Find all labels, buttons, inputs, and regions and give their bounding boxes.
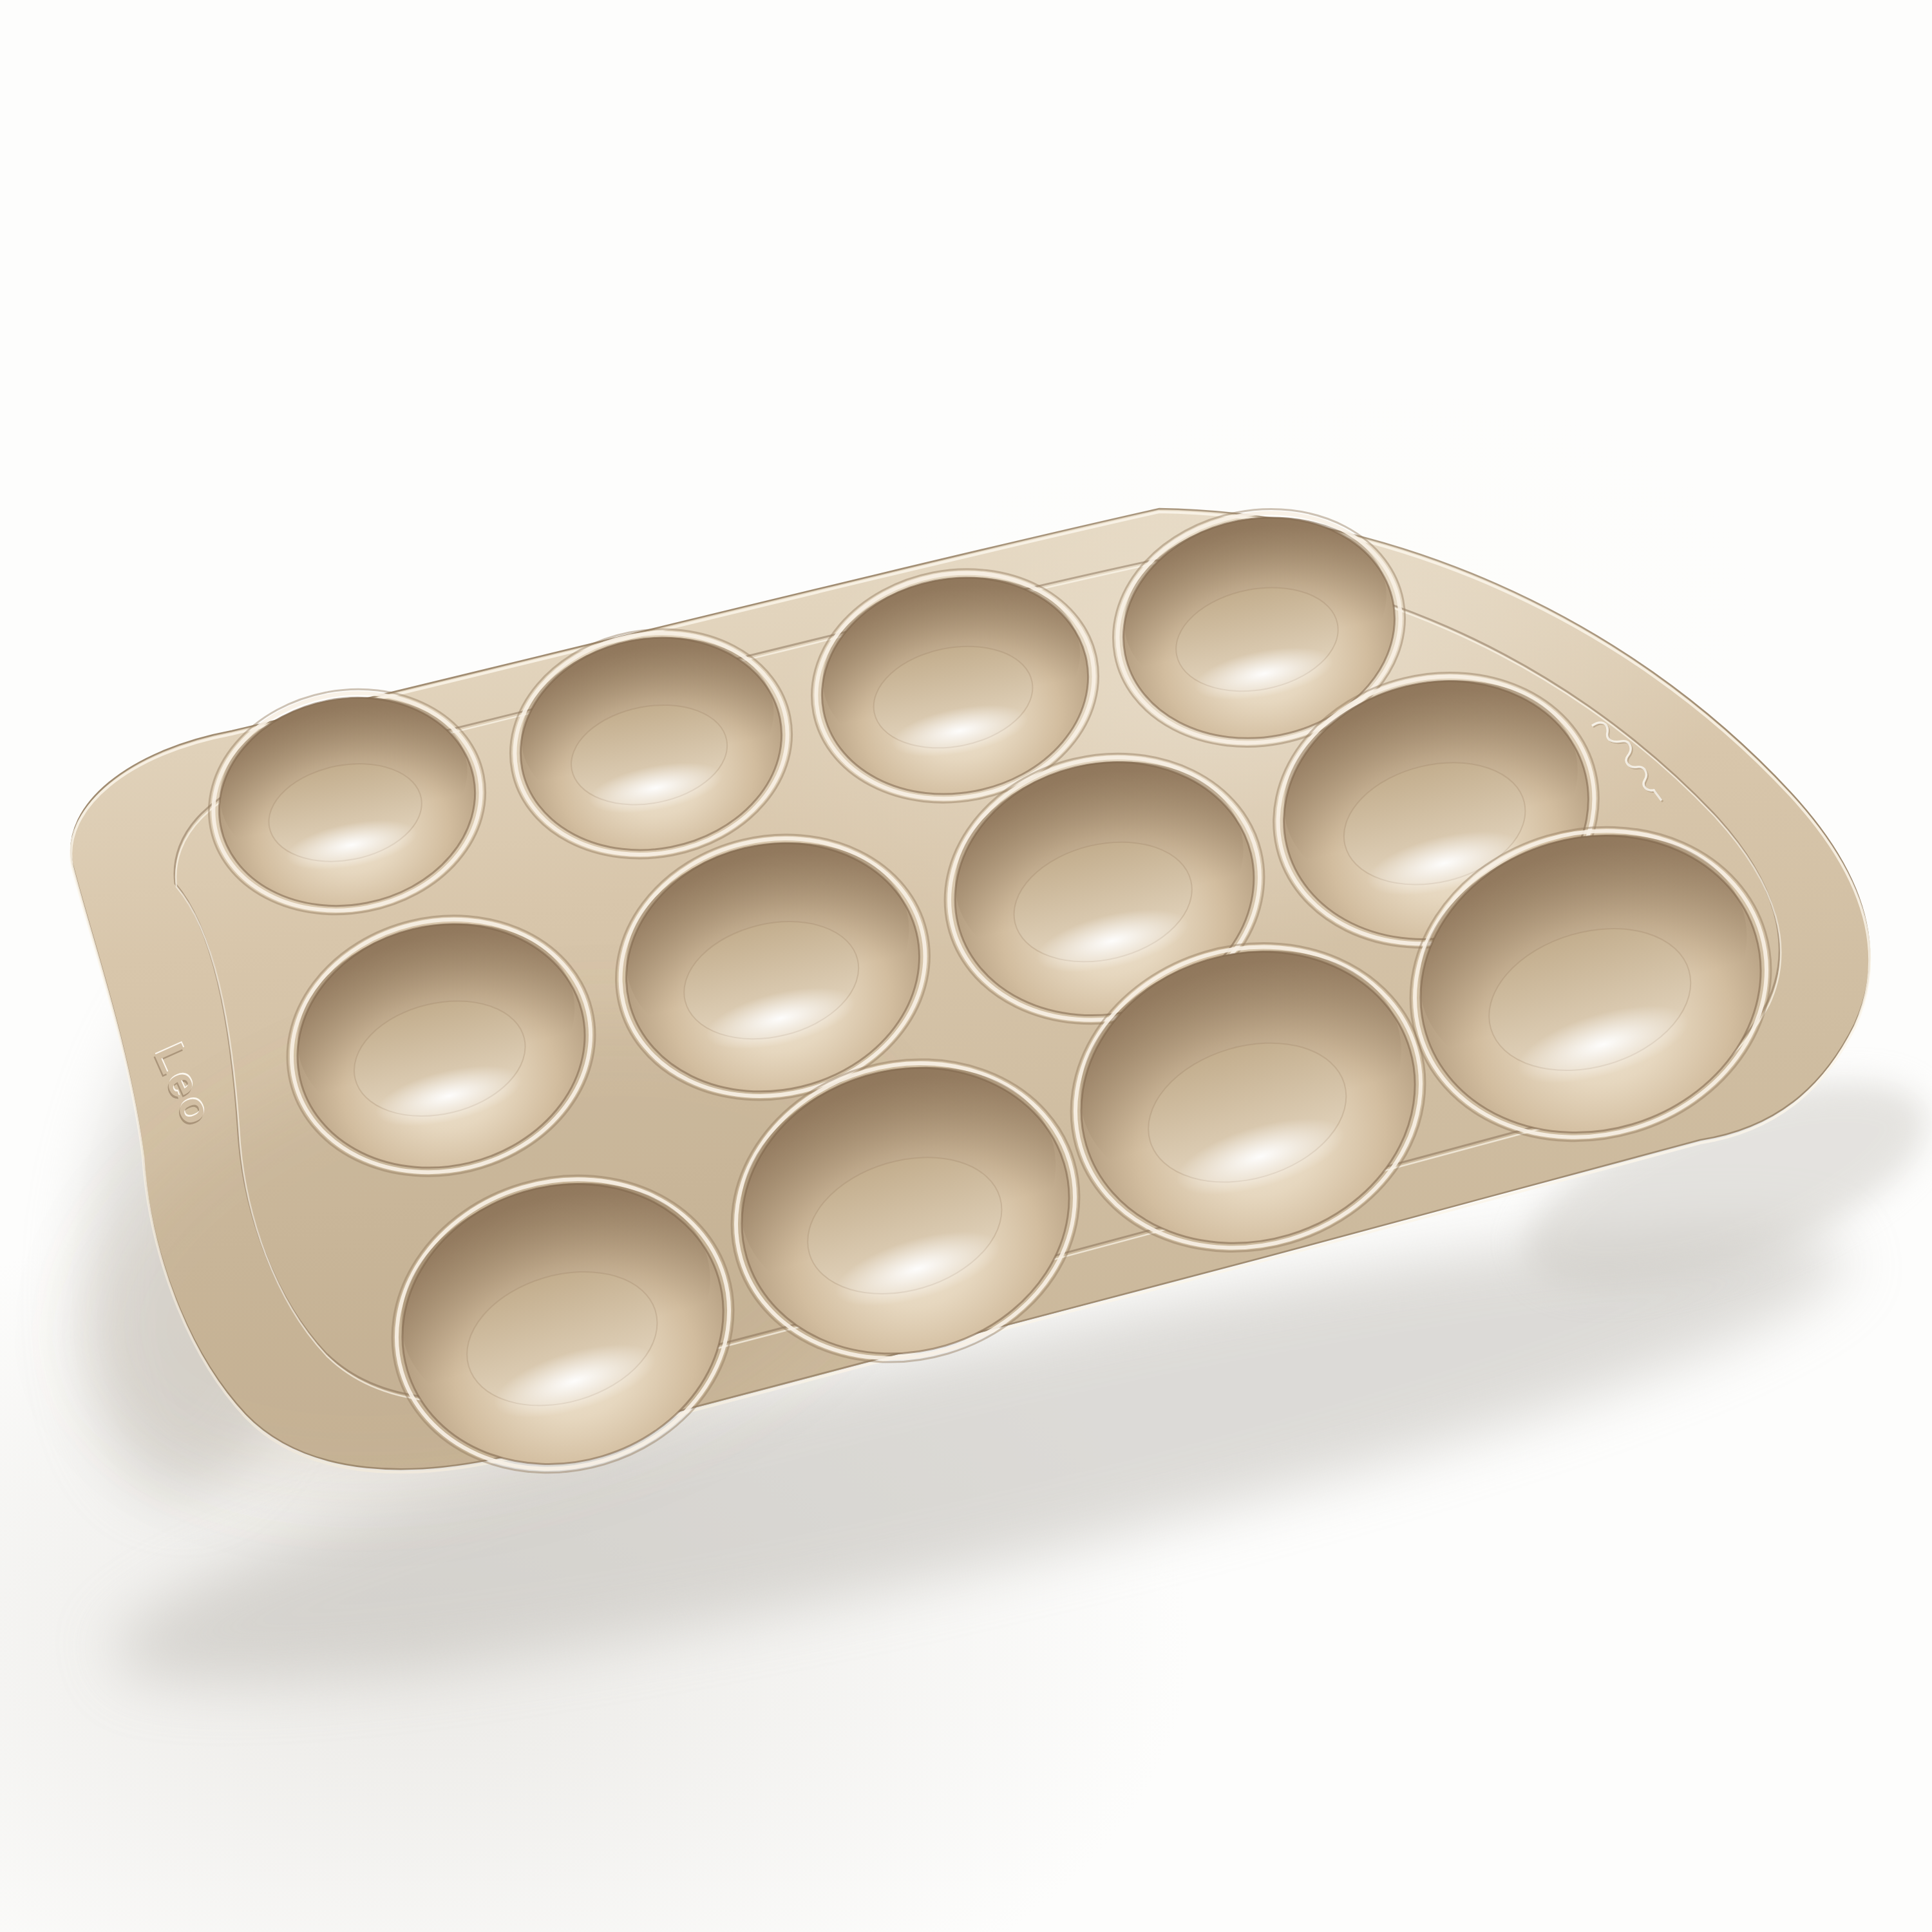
muffin-pan-photo: Leo Leo Leo (0, 0, 1932, 1932)
product-photo-stage: Leo Leo Leo (0, 0, 1932, 1932)
